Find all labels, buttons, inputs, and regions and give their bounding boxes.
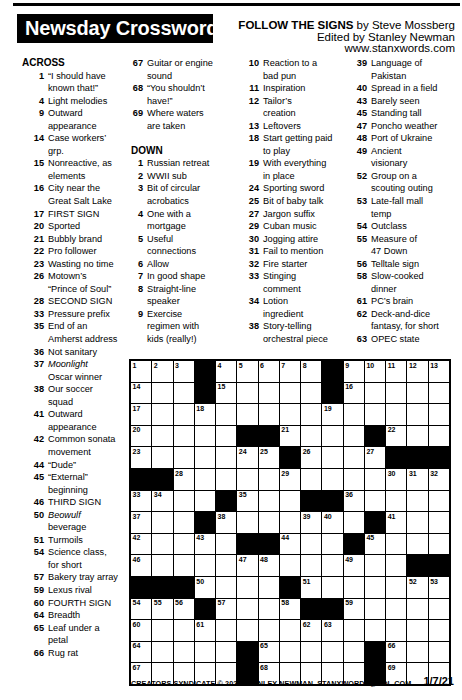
clue-text: Deck-and-dice fantasy, for short xyxy=(371,309,439,332)
grid-cell[interactable]: 38 xyxy=(216,512,236,533)
grid-cell[interactable] xyxy=(152,642,172,663)
grid-cell[interactable] xyxy=(259,512,279,533)
grid-cell[interactable] xyxy=(407,491,427,512)
grid-cell[interactable] xyxy=(365,599,385,620)
clue-text: Lotion ingredient xyxy=(263,296,303,319)
cell-number: 35 xyxy=(239,491,247,499)
cell-number: 3 xyxy=(175,362,179,370)
grid-cell[interactable] xyxy=(322,555,342,576)
grid-cell[interactable]: 56 xyxy=(174,599,194,620)
clue-text: Leftovers xyxy=(263,121,301,131)
grid-cell[interactable] xyxy=(280,642,300,663)
grid-cell[interactable] xyxy=(344,512,364,533)
grid-cell[interactable] xyxy=(237,469,257,490)
grid-cell[interactable] xyxy=(237,620,257,641)
top-rule xyxy=(13,3,460,6)
grid-cell[interactable] xyxy=(365,383,385,404)
grid-cell[interactable] xyxy=(195,642,215,663)
grid-cell[interactable]: 1 xyxy=(131,361,151,382)
clue-column: 10Reaction to a bad pun11Inspiration12Ta… xyxy=(223,57,345,346)
grid-cell[interactable]: 54 xyxy=(131,599,151,620)
grid-cell[interactable]: 25 xyxy=(259,447,279,468)
grid-cell[interactable]: 10 xyxy=(365,361,385,382)
cell-number: 40 xyxy=(324,513,332,521)
grid-cell[interactable]: 3 xyxy=(174,361,194,382)
grid-cell[interactable] xyxy=(152,534,172,555)
grid-cell[interactable]: 24 xyxy=(237,447,257,468)
grid-cell-black xyxy=(195,383,215,404)
grid-cell[interactable]: 30 xyxy=(386,469,406,490)
grid-cell[interactable] xyxy=(322,469,342,490)
grid-cell[interactable] xyxy=(429,512,449,533)
grid-cell[interactable] xyxy=(344,447,364,468)
grid-cell[interactable] xyxy=(280,404,300,425)
grid-cell-black xyxy=(365,426,385,447)
clue-number: 29 xyxy=(223,220,259,233)
grid-cell[interactable] xyxy=(407,620,427,641)
cell-number: 55 xyxy=(154,599,162,607)
clue-text: Inspiration xyxy=(263,83,305,93)
clue-number: 8 xyxy=(107,283,143,296)
clue-text: Cuban music xyxy=(263,221,317,231)
grid-cell[interactable] xyxy=(429,426,449,447)
grid-cell[interactable] xyxy=(429,642,449,663)
clue: 12Tailor’s creation xyxy=(223,95,345,120)
clue: 34Lotion ingredient xyxy=(223,295,345,320)
clue: 64Breadth xyxy=(8,609,124,622)
grid-cell[interactable] xyxy=(407,383,427,404)
cell-number: 58 xyxy=(281,599,289,607)
grid-cell[interactable] xyxy=(259,404,279,425)
grid-cell[interactable]: 60 xyxy=(131,620,151,641)
clue-number: 21 xyxy=(8,233,44,246)
cell-number: 5 xyxy=(239,362,243,370)
grid-cell[interactable] xyxy=(259,577,279,598)
clue: 48Port of Ukraine xyxy=(331,132,459,145)
grid-cell[interactable] xyxy=(280,620,300,641)
clue-number: 57 xyxy=(8,571,44,584)
grid-cell[interactable] xyxy=(365,491,385,512)
grid-cell[interactable]: 55 xyxy=(152,599,172,620)
grid-cell-black xyxy=(131,577,151,598)
grid-cell[interactable] xyxy=(344,620,364,641)
cell-number: 49 xyxy=(345,556,353,564)
grid-cell[interactable]: 21 xyxy=(280,426,300,447)
grid-cell[interactable] xyxy=(429,620,449,641)
grid-cell[interactable]: 45 xyxy=(365,534,385,555)
grid-cell[interactable]: 46 xyxy=(131,555,151,576)
grid-cell[interactable] xyxy=(174,555,194,576)
grid-cell[interactable]: 42 xyxy=(131,534,151,555)
grid-cell[interactable]: 36 xyxy=(344,491,364,512)
cell-number: 24 xyxy=(239,448,247,456)
cell-number: 64 xyxy=(133,642,141,650)
grid-cell[interactable] xyxy=(322,577,342,598)
grid-cell[interactable]: 53 xyxy=(429,577,449,598)
grid-cell[interactable] xyxy=(344,469,364,490)
grid-cell[interactable] xyxy=(259,383,279,404)
grid-cell[interactable] xyxy=(195,491,215,512)
clue-section: 39Language of Pakistan40Spread in a fiel… xyxy=(331,57,459,346)
grid-cell[interactable] xyxy=(152,426,172,447)
cell-number: 18 xyxy=(196,405,204,413)
cell-number: 28 xyxy=(175,470,183,478)
clue: 39Language of Pakistan xyxy=(331,57,459,82)
clue-number: 33 xyxy=(8,308,44,321)
grid-cell[interactable] xyxy=(386,534,406,555)
clue-text: Allow xyxy=(147,259,169,269)
grid-cell[interactable] xyxy=(195,555,215,576)
grid-cell[interactable]: 37 xyxy=(131,512,151,533)
grid-cell[interactable] xyxy=(301,555,321,576)
clue: 40Spread in a field xyxy=(331,82,459,95)
cell-number: 47 xyxy=(239,556,247,564)
grid-cell[interactable] xyxy=(174,620,194,641)
grid-cell[interactable] xyxy=(301,469,321,490)
grid-cell[interactable] xyxy=(322,534,342,555)
grid-cell[interactable] xyxy=(429,599,449,620)
clue-text: SECOND SIGN xyxy=(48,296,112,306)
grid-cell[interactable] xyxy=(407,642,427,663)
cell-number: 20 xyxy=(133,426,141,434)
grid-cell[interactable] xyxy=(195,426,215,447)
grid-cell[interactable] xyxy=(280,491,300,512)
title-line: FOLLOW THE SIGNS by Steve Mossberg xyxy=(238,20,455,32)
grid-cell[interactable] xyxy=(407,426,427,447)
clue-number: 56 xyxy=(331,258,367,271)
clue-text: With everything in place xyxy=(263,158,326,181)
grid-cell[interactable]: 6 xyxy=(259,361,279,382)
grid-cell-black xyxy=(301,599,321,620)
clue: 56Telltale sign xyxy=(331,258,459,271)
cell-number: 1 xyxy=(133,362,137,370)
grid-cell[interactable]: 32 xyxy=(429,469,449,490)
clue-text: Moonlight Oscar winner xyxy=(48,359,102,382)
grid-cell[interactable]: 16 xyxy=(344,383,364,404)
clue: 66Rug rat xyxy=(8,647,124,660)
grid-cell[interactable] xyxy=(301,426,321,447)
grid-cell[interactable]: 15 xyxy=(216,383,236,404)
grid-cell[interactable] xyxy=(301,404,321,425)
grid-cell[interactable]: 17 xyxy=(131,404,151,425)
grid-cell[interactable] xyxy=(386,620,406,641)
cell-number: 31 xyxy=(409,470,417,478)
grid-cell[interactable]: 48 xyxy=(259,555,279,576)
grid-cell[interactable]: 34 xyxy=(152,491,172,512)
grid-cell[interactable] xyxy=(152,404,172,425)
grid-cell-black xyxy=(259,534,279,555)
down-section: DOWN1Russian retreat2WWII sub3Bit of cir… xyxy=(107,145,227,346)
grid-cell[interactable] xyxy=(174,491,194,512)
grid-cell[interactable]: 61 xyxy=(195,620,215,641)
clue: 24Sporting sword xyxy=(223,182,345,195)
grid-cell[interactable]: 8 xyxy=(301,361,321,382)
grid-cell[interactable] xyxy=(237,404,257,425)
cell-number: 22 xyxy=(388,426,396,434)
grid-cell[interactable] xyxy=(237,383,257,404)
clue: 11Inspiration xyxy=(223,82,345,95)
grid-cell[interactable]: 58 xyxy=(280,599,300,620)
grid-cell[interactable] xyxy=(365,577,385,598)
grid-cell[interactable] xyxy=(174,642,194,663)
grid-cell[interactable] xyxy=(259,620,279,641)
clue-text: Not sanitary xyxy=(48,347,97,357)
grid-cell[interactable]: 13 xyxy=(429,361,449,382)
grid-cell[interactable] xyxy=(301,534,321,555)
grid-cell[interactable] xyxy=(216,577,236,598)
grid-cell[interactable] xyxy=(407,512,427,533)
grid-cell[interactable] xyxy=(365,620,385,641)
grid-cell[interactable] xyxy=(365,404,385,425)
grid-cell[interactable] xyxy=(280,512,300,533)
clue-text: Russian retreat xyxy=(147,158,209,168)
clue-number: 45 xyxy=(331,107,367,120)
cell-number: 2 xyxy=(154,362,158,370)
cell-number: 12 xyxy=(409,362,417,370)
cell-number: 52 xyxy=(409,578,417,586)
clue-number: 4 xyxy=(107,208,143,221)
grid-cell[interactable] xyxy=(386,383,406,404)
grid-cell-black xyxy=(322,361,342,382)
clue: 63OPEC state xyxy=(331,333,459,346)
grid-cell[interactable] xyxy=(216,426,236,447)
grid-cell[interactable] xyxy=(237,599,257,620)
clue: 58Slow-cooked dinner xyxy=(331,270,459,295)
clue: 69Where waters are taken xyxy=(107,107,227,132)
grid-cell[interactable] xyxy=(407,534,427,555)
grid-cell[interactable] xyxy=(259,469,279,490)
clue-text: Exercise regimen with kids (really!) xyxy=(147,309,199,344)
clue-number: 10 xyxy=(223,57,259,70)
cell-number: 39 xyxy=(303,513,311,521)
clue: 33Stinging comment xyxy=(223,270,345,295)
grid-cell[interactable]: 40 xyxy=(322,512,342,533)
grid-cell[interactable] xyxy=(386,404,406,425)
clue: 50Beowulf beverage xyxy=(8,509,124,534)
grid-cell[interactable] xyxy=(195,447,215,468)
grid-cell[interactable]: 47 xyxy=(237,555,257,576)
grid-cell[interactable] xyxy=(301,383,321,404)
clue-number: 51 xyxy=(8,534,44,547)
grid-cell[interactable] xyxy=(152,383,172,404)
grid-cell[interactable]: 44 xyxy=(280,534,300,555)
grid-cell[interactable] xyxy=(322,642,342,663)
grid-cell[interactable] xyxy=(216,555,236,576)
clue-text: “You shouldn’t have!” xyxy=(147,83,205,106)
cell-number: 68 xyxy=(260,664,268,672)
grid-cell[interactable]: 66 xyxy=(386,642,406,663)
cell-number: 19 xyxy=(324,405,332,413)
grid-cell[interactable]: 26 xyxy=(301,447,321,468)
cell-number: 30 xyxy=(388,470,396,478)
clue: 68“You shouldn’t have!” xyxy=(107,82,227,107)
grid-cell[interactable] xyxy=(429,404,449,425)
grid-cell[interactable]: 65 xyxy=(259,642,279,663)
grid-cell[interactable] xyxy=(386,491,406,512)
clue-number: 25 xyxy=(223,195,259,208)
clue: 45“External” beginning xyxy=(8,471,124,496)
grid-cell[interactable] xyxy=(237,577,257,598)
grid-cell[interactable] xyxy=(174,512,194,533)
grid-cell[interactable]: 12 xyxy=(407,361,427,382)
grid-cell[interactable]: 51 xyxy=(301,577,321,598)
clue: 54Outclass xyxy=(331,220,459,233)
grid-cell[interactable] xyxy=(174,404,194,425)
grid-cell[interactable]: 64 xyxy=(131,642,151,663)
grid-cell[interactable]: 35 xyxy=(237,491,257,512)
clue-number: 34 xyxy=(223,295,259,308)
grid-cell[interactable] xyxy=(152,555,172,576)
grid-cell-black xyxy=(407,555,427,576)
cell-number: 14 xyxy=(133,383,141,391)
grid-cell[interactable] xyxy=(259,599,279,620)
clue-text: Science class, for short xyxy=(48,547,107,570)
grid-cell[interactable] xyxy=(429,491,449,512)
clue: 18Start getting paid to play xyxy=(223,132,345,157)
grid-cell[interactable]: 39 xyxy=(301,512,321,533)
clue-number: 63 xyxy=(331,333,367,346)
grid-cell[interactable] xyxy=(152,447,172,468)
grid-cell[interactable]: 43 xyxy=(195,534,215,555)
clue-number: 7 xyxy=(107,270,143,283)
cell-number: 25 xyxy=(260,448,268,456)
clue-text: Common sonata movement xyxy=(48,434,115,457)
grid-cell[interactable] xyxy=(344,642,364,663)
clue: 53Late-fall mall temp xyxy=(331,195,459,220)
cell-number: 62 xyxy=(303,621,311,629)
clue-text: Ancient visionary xyxy=(371,146,407,169)
grid-cell[interactable] xyxy=(386,599,406,620)
grid-cell[interactable]: 4 xyxy=(216,361,236,382)
grid-cell[interactable]: 27 xyxy=(365,447,385,468)
grid-cell[interactable]: 50 xyxy=(195,577,215,598)
grid-cell[interactable] xyxy=(344,404,364,425)
grid-cell[interactable] xyxy=(365,555,385,576)
grid-cell[interactable]: 63 xyxy=(322,620,342,641)
grid-cell[interactable] xyxy=(216,534,236,555)
clue-text: Beowulf beverage xyxy=(48,510,86,533)
cell-number: 46 xyxy=(133,556,141,564)
puzzle-title: FOLLOW THE SIGNS xyxy=(238,19,353,31)
clue-number: 67 xyxy=(107,57,143,70)
grid-cell[interactable]: 59 xyxy=(344,599,364,620)
grid-cell[interactable] xyxy=(174,426,194,447)
grid-cell[interactable] xyxy=(216,447,236,468)
clue-number: 1 xyxy=(8,70,44,83)
grid-cell[interactable] xyxy=(429,534,449,555)
grid-cell[interactable]: 41 xyxy=(386,512,406,533)
grid-cell-black xyxy=(237,642,257,663)
grid-cell[interactable] xyxy=(195,469,215,490)
clue-number: 20 xyxy=(8,220,44,233)
grid-cell[interactable]: 9 xyxy=(344,361,364,382)
clue: 54Science class, for short xyxy=(8,546,124,571)
clue-number: 54 xyxy=(331,220,367,233)
grid-cell[interactable]: 52 xyxy=(407,577,427,598)
grid-cell[interactable] xyxy=(429,383,449,404)
grid-cell[interactable] xyxy=(216,404,236,425)
cell-number: 9 xyxy=(345,362,349,370)
grid-cell[interactable]: 11 xyxy=(386,361,406,382)
grid-cell[interactable]: 23 xyxy=(131,447,151,468)
grid-cell[interactable] xyxy=(174,447,194,468)
grid-cell[interactable]: 31 xyxy=(407,469,427,490)
grid-cell[interactable]: 14 xyxy=(131,383,151,404)
grid-cell[interactable] xyxy=(344,577,364,598)
cell-number: 59 xyxy=(345,599,353,607)
grid-cell[interactable] xyxy=(407,404,427,425)
clue-text: Telltale sign xyxy=(371,259,419,269)
grid-cell[interactable] xyxy=(386,577,406,598)
grid-cell[interactable] xyxy=(216,642,236,663)
grid-cell[interactable]: 29 xyxy=(280,469,300,490)
clue: 1Russian retreat xyxy=(107,157,227,170)
grid-cell[interactable] xyxy=(174,534,194,555)
clue-text: OPEC state xyxy=(371,334,420,344)
grid-cell[interactable]: 22 xyxy=(386,426,406,447)
clue-number: 41 xyxy=(8,408,44,421)
grid-cell[interactable]: 57 xyxy=(216,599,236,620)
clue-text: PC’s brain xyxy=(371,296,413,306)
clue-text: Motown’s “Prince of Soul” xyxy=(48,271,111,294)
grid-cell[interactable]: 49 xyxy=(344,555,364,576)
grid-cell-black xyxy=(365,512,385,533)
grid-cell[interactable]: 7 xyxy=(280,361,300,382)
grid-cell[interactable] xyxy=(237,512,257,533)
grid-cell[interactable] xyxy=(280,555,300,576)
grid-cell-black xyxy=(280,447,300,468)
grid-cell[interactable]: 62 xyxy=(301,620,321,641)
grid-cell[interactable]: 18 xyxy=(195,404,215,425)
grid-cell[interactable] xyxy=(407,599,427,620)
grid-cell[interactable]: 20 xyxy=(131,426,151,447)
cell-number: 51 xyxy=(303,578,311,586)
cell-number: 61 xyxy=(196,621,204,629)
grid-cell[interactable]: 33 xyxy=(131,491,151,512)
clue-text: Where waters are taken xyxy=(147,108,204,131)
clue-text: Tailor’s creation xyxy=(263,96,296,119)
grid-cell[interactable] xyxy=(174,383,194,404)
grid-cell[interactable] xyxy=(152,512,172,533)
grid-cell[interactable]: 19 xyxy=(322,404,342,425)
grid-cell[interactable] xyxy=(280,383,300,404)
clue: 31Fail to mention xyxy=(223,245,345,258)
grid-cell[interactable] xyxy=(386,555,406,576)
grid-cell[interactable] xyxy=(152,620,172,641)
grid-cell[interactable]: 28 xyxy=(174,469,194,490)
grid-cell[interactable] xyxy=(259,491,279,512)
grid-cell[interactable]: 2 xyxy=(152,361,172,382)
grid-cell[interactable] xyxy=(216,620,236,641)
grid-cell[interactable]: 5 xyxy=(237,361,257,382)
cell-number: 53 xyxy=(430,578,438,586)
grid-cell-black xyxy=(301,491,321,512)
clue-text: “External” beginning xyxy=(48,472,88,495)
grid-cell[interactable] xyxy=(301,642,321,663)
grid-cell[interactable] xyxy=(216,469,236,490)
grid-cell[interactable] xyxy=(322,447,342,468)
clue-text: Light melodies xyxy=(48,96,107,106)
grid-cell[interactable] xyxy=(344,426,364,447)
grid-cell[interactable] xyxy=(365,469,385,490)
clue-text: Wasting no time xyxy=(48,259,114,269)
cell-number: 4 xyxy=(218,362,222,370)
cell-number: 56 xyxy=(175,599,183,607)
cell-number: 42 xyxy=(133,534,141,542)
clue-number: 1 xyxy=(107,157,143,170)
grid-cell[interactable] xyxy=(322,426,342,447)
clue-text: Standing tall xyxy=(371,108,422,118)
